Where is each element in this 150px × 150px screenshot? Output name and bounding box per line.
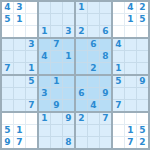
cell-r11c2-given-1[interactable]: 1 [14, 125, 25, 136]
cell-r8c12-empty[interactable] [137, 88, 148, 99]
cell-r5c1-empty[interactable] [2, 51, 13, 62]
cell-r10c8-empty[interactable] [88, 113, 99, 124]
box-r1c4: 4215 [113, 2, 148, 37]
cell-r2c8-empty[interactable] [88, 14, 99, 25]
cell-r10c10-empty[interactable] [113, 113, 124, 124]
cell-r9c3-given-7[interactable]: 7 [26, 100, 37, 111]
cell-r6c7-empty[interactable] [76, 63, 87, 74]
cell-r2c12-given-5[interactable]: 5 [137, 14, 148, 25]
cell-r7c6-empty[interactable] [63, 76, 74, 87]
cell-r12c1-given-9[interactable]: 9 [2, 137, 13, 148]
cell-r6c9-empty[interactable] [100, 63, 111, 74]
cell-r4c8-given-6[interactable]: 6 [88, 39, 99, 50]
cell-r3c8-empty[interactable] [88, 26, 99, 37]
cell-r2c10-empty[interactable] [113, 14, 124, 25]
box-r2c3: 682 [76, 39, 111, 74]
cell-r8c6-empty[interactable] [63, 88, 74, 99]
cell-r9c1-empty[interactable] [2, 100, 13, 111]
cell-r2c11-given-1[interactable]: 1 [125, 14, 136, 25]
cell-r10c6-given-9[interactable]: 9 [63, 113, 74, 124]
cell-r2c4-empty[interactable] [39, 14, 50, 25]
cell-r8c3-empty[interactable] [26, 88, 37, 99]
cell-r7c11-empty[interactable] [125, 76, 136, 87]
cell-r9c8-given-4[interactable]: 4 [88, 100, 99, 111]
cell-r1c3-empty[interactable] [26, 2, 37, 13]
cell-r8c8-empty[interactable] [88, 88, 99, 99]
cell-r4c4-empty[interactable] [39, 39, 50, 50]
cell-r8c11-empty[interactable] [125, 88, 136, 99]
cell-r5c12-empty[interactable] [137, 51, 148, 62]
cell-r8c2-empty[interactable] [14, 88, 25, 99]
cell-r1c5-empty[interactable] [51, 2, 62, 13]
cell-r3c7-given-2[interactable]: 2 [76, 26, 87, 37]
cell-r3c10-empty[interactable] [113, 26, 124, 37]
cell-r7c4-empty[interactable] [39, 76, 50, 87]
cell-r12c12-given-2[interactable]: 2 [137, 137, 148, 148]
cell-r6c2-empty[interactable] [14, 63, 25, 74]
cell-r5c2-empty[interactable] [14, 51, 25, 62]
box-r3c1: 57 [2, 76, 37, 111]
cell-r11c9-empty[interactable] [100, 125, 111, 136]
cell-r1c1-given-4[interactable]: 4 [2, 2, 13, 13]
cell-r3c4-given-1[interactable]: 1 [39, 26, 50, 37]
cell-r1c6-empty[interactable] [63, 2, 74, 13]
cell-r6c5-empty[interactable] [51, 63, 62, 74]
cell-r12c2-given-7[interactable]: 7 [14, 137, 25, 148]
cell-r10c1-empty[interactable] [2, 113, 13, 124]
cell-r7c1-empty[interactable] [2, 76, 13, 87]
cell-r10c9-given-7[interactable]: 7 [100, 113, 111, 124]
cell-r10c11-empty[interactable] [125, 113, 136, 124]
cell-r7c3-given-5[interactable]: 5 [26, 76, 37, 87]
cell-r7c10-given-5[interactable]: 5 [113, 76, 124, 87]
cell-r5c7-empty[interactable] [76, 51, 87, 62]
cell-r7c7-empty[interactable] [76, 76, 87, 87]
cell-r6c4-empty[interactable] [39, 63, 50, 74]
cell-r5c6-given-1[interactable]: 1 [63, 51, 74, 62]
cell-r4c5-given-7[interactable]: 7 [51, 39, 62, 50]
cell-r11c3-empty[interactable] [26, 125, 37, 136]
cell-r7c5-given-1[interactable]: 1 [51, 76, 62, 87]
box-r4c1: 5197 [2, 113, 37, 148]
cell-r6c11-empty[interactable] [125, 63, 136, 74]
cell-r12c9-empty[interactable] [100, 137, 111, 148]
cell-r9c4-empty[interactable] [39, 100, 50, 111]
cell-r2c6-empty[interactable] [63, 14, 74, 25]
box-r3c2: 139 [39, 76, 74, 111]
cell-r4c1-empty[interactable] [2, 39, 13, 50]
cell-r4c6-empty[interactable] [63, 39, 74, 50]
cell-r6c12-empty[interactable] [137, 63, 148, 74]
cell-r8c4-given-3[interactable]: 3 [39, 88, 50, 99]
cell-r10c5-empty[interactable] [51, 113, 62, 124]
cell-r7c12-given-9[interactable]: 9 [137, 76, 148, 87]
cell-r6c1-given-7[interactable]: 7 [2, 63, 13, 74]
cell-r1c8-empty[interactable] [88, 2, 99, 13]
cell-r9c11-empty[interactable] [125, 100, 136, 111]
cell-r4c2-empty[interactable] [14, 39, 25, 50]
cell-r6c10-given-1[interactable]: 1 [113, 63, 124, 74]
box-r4c3: 27 [76, 113, 111, 148]
box-r2c4: 41 [113, 39, 148, 74]
box-r3c4: 597 [113, 76, 148, 111]
box-r3c3: 694 [76, 76, 111, 111]
cell-r4c7-empty[interactable] [76, 39, 87, 50]
cell-r9c12-empty[interactable] [137, 100, 148, 111]
cell-r5c3-empty[interactable] [26, 51, 37, 62]
cell-r12c8-empty[interactable] [88, 137, 99, 148]
cell-r1c9-empty[interactable] [100, 2, 111, 13]
cell-r2c3-empty[interactable] [26, 14, 37, 25]
cell-r12c6-given-8[interactable]: 8 [63, 137, 74, 148]
cell-r3c2-empty[interactable] [14, 26, 25, 37]
cell-r9c2-empty[interactable] [14, 100, 25, 111]
cell-r8c5-empty[interactable] [51, 88, 62, 99]
cell-r10c12-empty[interactable] [137, 113, 148, 124]
cell-r1c12-given-2[interactable]: 2 [137, 2, 148, 13]
cell-r5c10-empty[interactable] [113, 51, 124, 62]
cell-r4c9-empty[interactable] [100, 39, 111, 50]
cell-r3c9-given-6[interactable]: 6 [100, 26, 111, 37]
cell-r5c11-empty[interactable] [125, 51, 136, 62]
cell-r3c5-empty[interactable] [51, 26, 62, 37]
cell-r11c1-given-5[interactable]: 5 [2, 125, 13, 136]
cell-r4c10-given-4[interactable]: 4 [113, 39, 124, 50]
cell-r3c11-empty[interactable] [125, 26, 136, 37]
cell-r10c2-empty[interactable] [14, 113, 25, 124]
cell-r12c11-given-7[interactable]: 7 [125, 137, 136, 148]
cell-r1c11-given-4[interactable]: 4 [125, 2, 136, 13]
cell-r11c11-given-1[interactable]: 1 [125, 125, 136, 136]
cell-r9c7-empty[interactable] [76, 100, 87, 111]
cell-r6c3-given-1[interactable]: 1 [26, 63, 37, 74]
cell-r2c7-empty[interactable] [76, 14, 87, 25]
cell-r8c1-empty[interactable] [2, 88, 13, 99]
cell-r9c5-given-9[interactable]: 9 [51, 100, 62, 111]
cell-r12c3-empty[interactable] [26, 137, 37, 148]
cell-r3c1-empty[interactable] [2, 26, 13, 37]
cell-r1c10-empty[interactable] [113, 2, 124, 13]
cell-r10c3-empty[interactable] [26, 113, 37, 124]
cell-r5c9-given-8[interactable]: 8 [100, 51, 111, 62]
cell-r5c8-empty[interactable] [88, 51, 99, 62]
cell-r2c9-empty[interactable] [100, 14, 111, 25]
cell-r9c9-empty[interactable] [100, 100, 111, 111]
cell-r5c5-empty[interactable] [51, 51, 62, 62]
cell-r11c6-empty[interactable] [63, 125, 74, 136]
box-r4c2: 198 [39, 113, 74, 148]
box-r1c3: 126 [76, 2, 111, 37]
cell-r5c4-given-4[interactable]: 4 [39, 51, 50, 62]
cell-r9c6-empty[interactable] [63, 100, 74, 111]
cell-r12c5-empty[interactable] [51, 137, 62, 148]
cell-r12c10-empty[interactable] [113, 137, 124, 148]
cell-r11c12-given-5[interactable]: 5 [137, 125, 148, 136]
cell-r4c11-empty[interactable] [125, 39, 136, 50]
cell-r4c12-empty[interactable] [137, 39, 148, 50]
cell-r2c2-given-1[interactable]: 1 [14, 14, 25, 25]
cell-r9c10-given-7[interactable]: 7 [113, 100, 124, 111]
cell-r11c8-empty[interactable] [88, 125, 99, 136]
box-r2c1: 371 [2, 39, 37, 74]
cell-r8c10-empty[interactable] [113, 88, 124, 99]
cell-r10c7-given-2[interactable]: 2 [76, 113, 87, 124]
cell-r8c7-given-6[interactable]: 6 [76, 88, 87, 99]
cell-r7c9-empty[interactable] [100, 76, 111, 87]
cell-r11c5-empty[interactable] [51, 125, 62, 136]
cell-r2c5-empty[interactable] [51, 14, 62, 25]
box-r1c2: 13 [39, 2, 74, 37]
cell-r6c6-empty[interactable] [63, 63, 74, 74]
cell-r11c4-empty[interactable] [39, 125, 50, 136]
cell-r7c2-empty[interactable] [14, 76, 25, 87]
box-r2c2: 741 [39, 39, 74, 74]
cell-r11c7-empty[interactable] [76, 125, 87, 136]
box-r4c4: 1572 [113, 113, 148, 148]
cell-r3c6-given-3[interactable]: 3 [63, 26, 74, 37]
cell-r4c3-given-3[interactable]: 3 [26, 39, 37, 50]
cell-r10c4-given-1[interactable]: 1 [39, 113, 50, 124]
cell-r1c7-given-1[interactable]: 1 [76, 2, 87, 13]
cell-r8c9-given-9[interactable]: 9 [100, 88, 111, 99]
cell-r1c4-empty[interactable] [39, 2, 50, 13]
cell-r12c7-empty[interactable] [76, 137, 87, 148]
cell-r6c8-given-2[interactable]: 2 [88, 63, 99, 74]
cell-r3c3-empty[interactable] [26, 26, 37, 37]
cell-r7c8-empty[interactable] [88, 76, 99, 87]
cell-r11c10-empty[interactable] [113, 125, 124, 136]
box-r1c1: 4351 [2, 2, 37, 37]
cell-r3c12-empty[interactable] [137, 26, 148, 37]
sudoku-board: 4351131264215371741682415713969459751971… [0, 0, 150, 150]
cell-r2c1-given-5[interactable]: 5 [2, 14, 13, 25]
cell-r1c2-given-3[interactable]: 3 [14, 2, 25, 13]
cell-r12c4-empty[interactable] [39, 137, 50, 148]
